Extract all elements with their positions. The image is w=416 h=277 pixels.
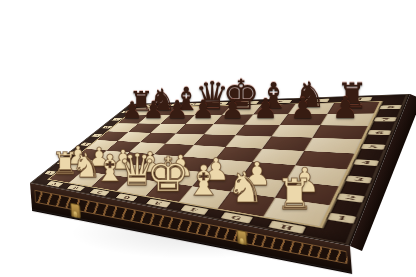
- brass-clasp-left: [70, 203, 81, 219]
- piece-black-pawn-c7: ♟: [166, 98, 188, 123]
- piece-white-knight-g1: ♞: [227, 166, 265, 208]
- rank-right-label-5: 5: [361, 144, 386, 150]
- piece-black-pawn-b7: ♟: [143, 99, 164, 123]
- piece-white-king-e1: ♚: [147, 149, 190, 197]
- piece-white-rook-h1: ♜: [276, 174, 314, 216]
- piece-black-pawn-d7: ♟: [192, 97, 215, 122]
- rank-right-label-1: 1: [328, 213, 357, 224]
- brass-clasp-right: [237, 230, 248, 246]
- chess-set-photo: AABBCCDDEEFFGGHH1122334455667788 ♜♞♝♛♚♝♞…: [0, 0, 416, 277]
- rank-right-label-3: 3: [346, 175, 373, 183]
- rank-right-label-6: 6: [368, 130, 392, 135]
- rank-right-label-8: 8: [380, 105, 402, 109]
- piece-black-pawn-g7: ♟: [290, 95, 316, 124]
- piece-black-pawn-a7: ♟: [122, 99, 143, 122]
- rank-right-label-7: 7: [374, 117, 397, 121]
- piece-black-pawn-e7: ♟: [221, 96, 245, 122]
- piece-black-pawn-h7: ♟: [332, 93, 359, 123]
- piece-black-pawn-f7: ♟: [253, 95, 278, 123]
- rank-right-label-4: 4: [354, 159, 380, 166]
- rank-right-label-2: 2: [337, 193, 365, 202]
- piece-white-bishop-f1: ♝: [185, 160, 223, 202]
